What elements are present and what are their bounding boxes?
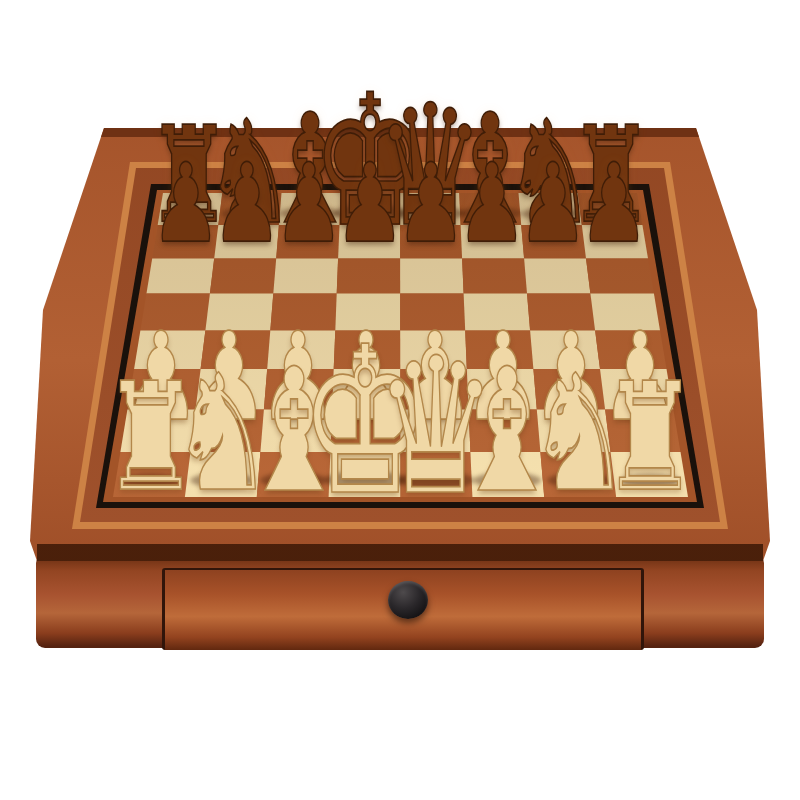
piece-glyph: ♟ bbox=[578, 150, 649, 259]
piece-glyph: ♟ bbox=[273, 150, 344, 259]
piece-glyph: ♟ bbox=[517, 150, 588, 259]
piece-glyph: ♟ bbox=[395, 150, 466, 259]
piece-glyph: ♟ bbox=[212, 150, 283, 259]
piece-glyph: ♟ bbox=[334, 150, 405, 259]
pieces-layer: ♜♞♝♚♛♝♞♜♟♟♟♟♟♟♟♟♟♟♟♟♟♟♟♟♜♞♝♚♛♝♞♜ bbox=[0, 0, 800, 800]
piece-glyph: ♟ bbox=[456, 150, 527, 259]
chess-set-photo: ♜♞♝♚♛♝♞♜♟♟♟♟♟♟♟♟♟♟♟♟♟♟♟♟♜♞♝♚♛♝♞♜ bbox=[0, 0, 800, 800]
piece-glyph: ♜ bbox=[601, 364, 698, 513]
